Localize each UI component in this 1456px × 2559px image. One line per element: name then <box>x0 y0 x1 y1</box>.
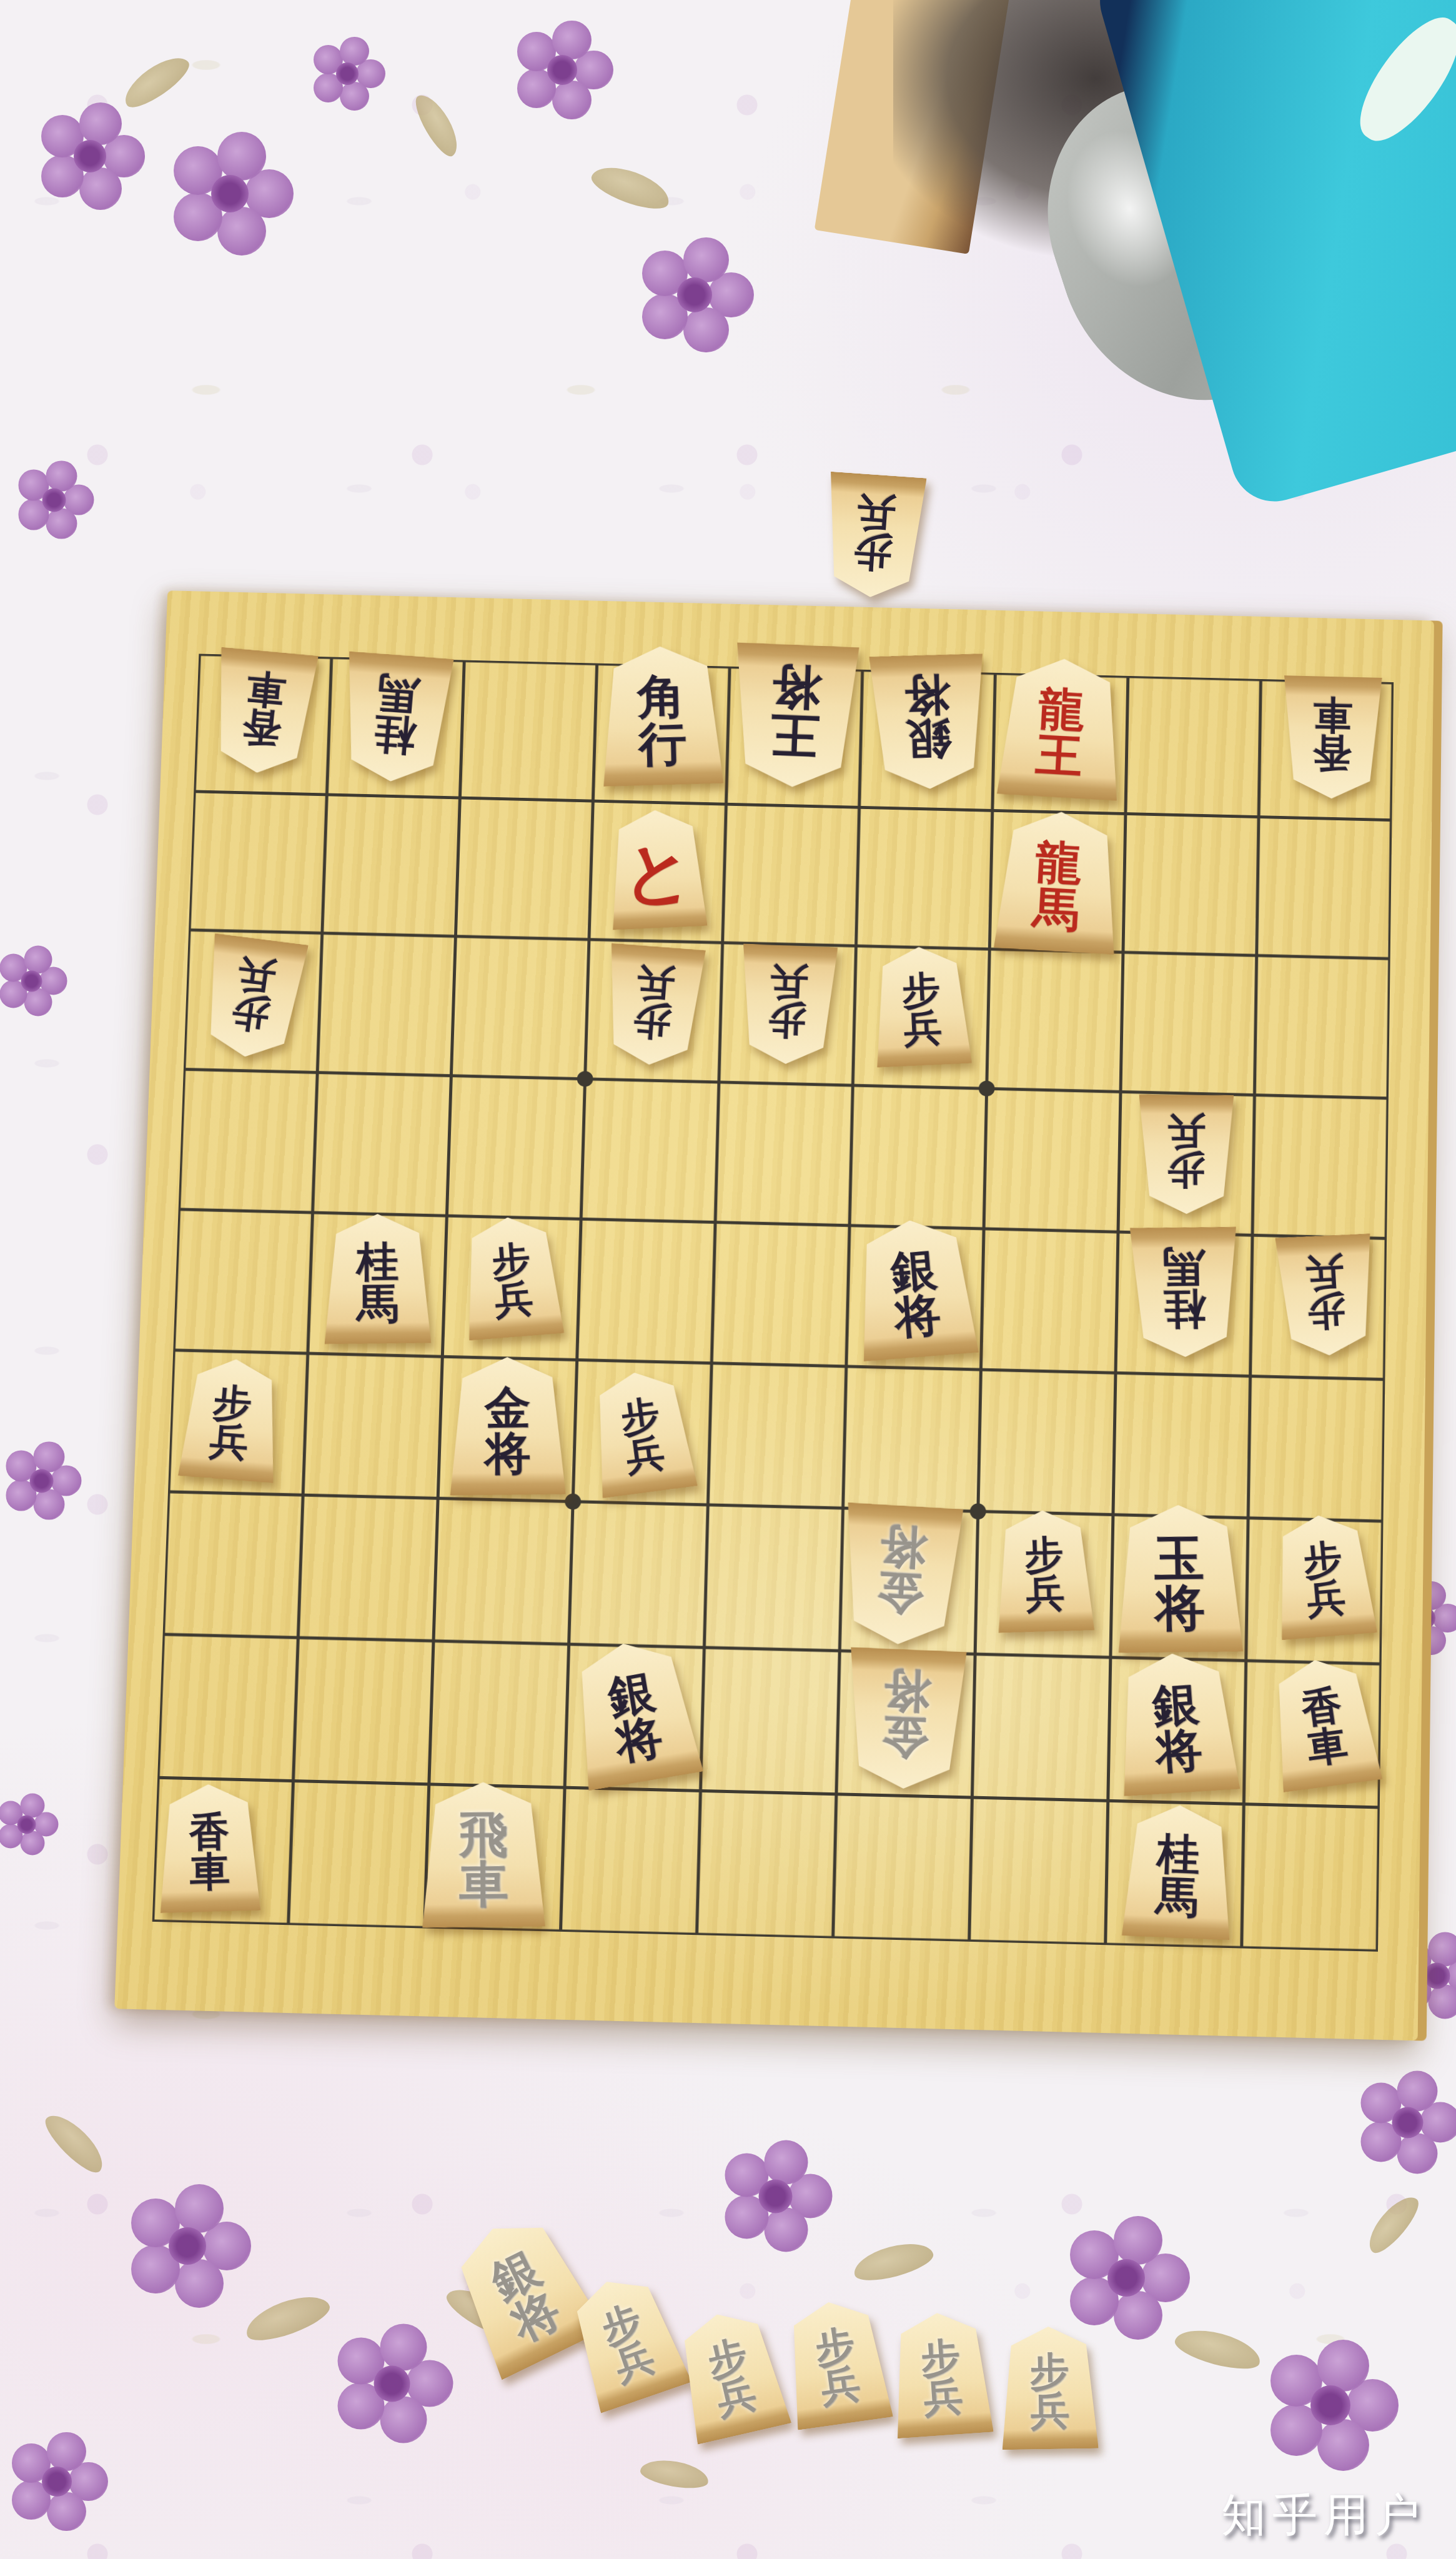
flower-petal <box>20 1831 44 1855</box>
piece-kanji: 王 <box>1034 732 1083 779</box>
piece-sente-king_g[interactable]: 玉将 <box>1116 1503 1243 1653</box>
piece-sente-dragon[interactable]: 龍王 <box>999 658 1122 799</box>
piece-kanji: 步 <box>1029 2353 1069 2392</box>
piece-kanji: 兵 <box>624 1434 667 1476</box>
piece-kanji: 銀 <box>889 1246 938 1294</box>
piece-kanji: 将 <box>879 1523 928 1571</box>
piece-sente-silver[interactable]: 銀将 <box>575 1641 695 1783</box>
star-point <box>565 1493 582 1509</box>
piece-kanji: 銀 <box>905 718 952 762</box>
flower-petal <box>1114 2291 1162 2340</box>
piece-gote-lance[interactable]: 香車 <box>212 650 314 775</box>
flower-petal <box>340 37 369 66</box>
flower-center <box>1424 1962 1450 1989</box>
piece-kanji: 兵 <box>856 492 897 533</box>
piece-kanji: 香 <box>240 707 283 748</box>
piece-kanji: 兵 <box>610 2338 658 2387</box>
piece-kanji: 兵 <box>713 2374 759 2420</box>
flower-decor <box>525 32 600 107</box>
piece-kanji: 車 <box>1313 695 1353 733</box>
flower-petal <box>79 167 122 210</box>
piece-kanji: 馬 <box>375 672 420 715</box>
piece-sente-knight[interactable]: 桂馬 <box>322 1213 433 1344</box>
flower-petal <box>764 2140 808 2184</box>
piece-kanji: 将 <box>1155 1584 1206 1633</box>
flower-petal <box>683 237 729 283</box>
piece-kanji: 兵 <box>1305 1579 1347 1619</box>
piece-kanji: 兵 <box>635 963 676 1003</box>
piece-kanji: 步 <box>1024 1536 1064 1574</box>
piece-kanji: 香 <box>1312 734 1352 773</box>
piece-kanji: と <box>622 838 695 907</box>
piece-kanji: 步 <box>1167 1151 1206 1188</box>
flower-decor <box>347 2338 437 2429</box>
piece-kanji: 馬 <box>357 1283 399 1324</box>
flower-decor <box>5 955 58 1008</box>
flower-petal <box>217 132 266 181</box>
sente-hand-piece-pawn[interactable]: 步兵 <box>578 2278 675 2401</box>
flower-center <box>21 970 42 991</box>
piece-kanji: 兵 <box>1030 2392 1069 2431</box>
sente-hand-piece-pawn[interactable]: 步兵 <box>789 2302 885 2424</box>
piece-sente-silver[interactable]: 銀将 <box>856 1218 974 1358</box>
flower-petal <box>175 2259 224 2308</box>
photo-canvas: 香車桂馬角行王将銀将龍王香車と龍馬步兵步兵步兵步兵步兵桂馬步兵銀将桂馬步兵步兵金… <box>0 0 1456 2559</box>
flower-center <box>1392 2107 1423 2138</box>
piece-kanji: 步 <box>901 972 941 1010</box>
flower-decor <box>141 2199 234 2293</box>
sente-hand-piece-pawn[interactable]: 步兵 <box>683 2313 779 2435</box>
flower-petal <box>1397 2133 1438 2174</box>
piece-kanji: 将 <box>771 663 821 712</box>
piece-kanji: 将 <box>485 1431 531 1476</box>
flower-decor <box>3 1801 50 1848</box>
piece-kanji: 龍 <box>1034 840 1083 887</box>
flower-petal <box>380 2396 427 2443</box>
piece-gote-lance[interactable]: 香車 <box>1283 675 1382 800</box>
flower-petal <box>683 307 729 353</box>
piece-kanji: 兵 <box>769 963 809 1001</box>
piece-kanji: 兵 <box>1167 1113 1206 1150</box>
piece-kanji: 車 <box>459 1860 508 1908</box>
piece-kanji: 兵 <box>493 1279 535 1319</box>
piece-kanji: 将 <box>893 1291 943 1339</box>
flower-decor <box>183 147 277 241</box>
piece-kanji: 金 <box>485 1385 531 1430</box>
piece-kanji: 飛 <box>459 1811 508 1859</box>
star-point <box>577 1071 593 1087</box>
flower-petal <box>340 82 369 111</box>
flower-petal <box>1428 1932 1456 1967</box>
piece-sente-rook[interactable]: 飛車 <box>420 1781 547 1929</box>
piece-gote-gold[interactable]: 金将 <box>846 1648 966 1790</box>
piece-kanji: 步 <box>490 1241 532 1281</box>
flower-decor <box>1079 2231 1173 2325</box>
flower-center <box>169 2227 206 2265</box>
piece-kanji: 金 <box>876 1569 925 1617</box>
flower-center <box>677 277 712 312</box>
piece-sente-tokin[interactable]: と <box>609 809 706 929</box>
piece-kanji: 馬 <box>1155 1876 1199 1919</box>
piece-kanji: 龍 <box>1037 687 1086 733</box>
piece-gote-pawn[interactable]: 步兵 <box>739 945 836 1065</box>
piece-sente-silver[interactable]: 銀将 <box>1118 1652 1237 1794</box>
flower-decor <box>1369 2084 1447 2162</box>
piece-sente-pawn[interactable]: 步兵 <box>995 1509 1093 1632</box>
piece-kanji: 馬 <box>1162 1246 1206 1287</box>
piece-sente-lance[interactable]: 香車 <box>1273 1658 1375 1787</box>
piece-sente-lance[interactable]: 香車 <box>157 1783 262 1913</box>
flower-center <box>1310 2385 1350 2425</box>
flower-petal <box>20 1794 44 1818</box>
piece-kanji: 桂 <box>1163 1288 1206 1329</box>
flower-petal <box>1317 2340 1369 2392</box>
flower-petal <box>380 2323 427 2370</box>
flower-center <box>758 2179 792 2213</box>
flower-decor <box>733 2154 818 2239</box>
piece-sente-pawn[interactable]: 步兵 <box>181 1358 280 1481</box>
piece-kanji: 車 <box>244 668 287 709</box>
flower-petal <box>764 2208 808 2252</box>
flower-petal <box>34 1441 64 1472</box>
piece-kanji: 兵 <box>903 1010 943 1048</box>
piece-kanji: 金 <box>881 1714 929 1761</box>
flower-decor <box>24 470 84 530</box>
piece-kanji: 兵 <box>818 2365 862 2408</box>
star-point <box>979 1080 995 1096</box>
flower-petal <box>46 460 77 491</box>
flower-center <box>211 175 249 212</box>
piece-kanji: 步 <box>632 1001 673 1041</box>
piece-kanji: 将 <box>1154 1727 1204 1775</box>
piece-gote-silver[interactable]: 銀将 <box>869 654 986 790</box>
piece-kanji: 步 <box>1307 1291 1347 1330</box>
piece-kanji: 兵 <box>923 2377 964 2418</box>
flower-petal <box>175 2184 224 2233</box>
flower-petal <box>552 81 591 119</box>
flower-petal <box>24 988 52 1016</box>
sente-hand-piece-pawn[interactable]: 步兵 <box>1001 2327 1097 2449</box>
piece-kanji: 香 <box>189 1811 229 1851</box>
piece-kanji: 兵 <box>208 1422 250 1462</box>
piece-sente-bishop[interactable]: 角行 <box>600 645 724 787</box>
flower-petal <box>46 508 77 539</box>
piece-sente-gold[interactable]: 金将 <box>448 1356 567 1496</box>
piece-gote-knight[interactable]: 桂馬 <box>341 654 450 783</box>
flower-decor <box>49 116 131 197</box>
flower-petal <box>24 946 52 973</box>
piece-kanji: 兵 <box>1305 1253 1345 1291</box>
star-point <box>970 1503 986 1519</box>
shogi-board: 香車桂馬角行王将銀将龍王香車と龍馬步兵步兵步兵步兵步兵桂馬步兵銀将桂馬步兵步兵金… <box>114 590 1434 2040</box>
flower-decor <box>1280 2355 1380 2455</box>
piece-gote-gold[interactable]: 金将 <box>842 1504 961 1645</box>
piece-kanji: 角 <box>637 673 686 720</box>
watermark-text: 知乎用户 <box>1221 2485 1426 2545</box>
flower-petal <box>34 1489 64 1519</box>
piece-gote-pawn[interactable]: 步兵 <box>1138 1093 1235 1215</box>
piece-kanji: 桂 <box>357 1241 399 1282</box>
piece-gote-king_o[interactable]: 王将 <box>732 643 858 788</box>
flower-decor <box>319 46 375 102</box>
sente-hand-piece-silver[interactable]: 銀将 <box>465 2222 582 2362</box>
piece-kanji: 車 <box>1305 1725 1350 1769</box>
flower-decor <box>12 1451 71 1511</box>
flower-center <box>17 1815 36 1834</box>
flower-petal <box>1397 2071 1438 2112</box>
piece-kanji: 車 <box>189 1852 230 1892</box>
flower-center <box>42 488 66 512</box>
piece-kanji: 兵 <box>235 955 278 996</box>
piece-kanji: 馬 <box>1031 885 1081 933</box>
flower-petal <box>217 207 266 256</box>
flower-center <box>1107 2259 1145 2297</box>
flower-petal <box>552 21 591 59</box>
piece-sente-knight[interactable]: 桂馬 <box>1123 1804 1233 1939</box>
flower-center <box>42 2467 72 2497</box>
piece-kanji: 兵 <box>1025 1574 1065 1613</box>
flower-petal <box>47 2492 86 2531</box>
piece-kanji: 玉 <box>1154 1534 1204 1583</box>
piece-kanji: 桂 <box>372 713 417 757</box>
piece-kanji: 步 <box>767 1001 807 1039</box>
piece-gote-pawn[interactable]: 步兵 <box>1277 1234 1374 1356</box>
sente-hand-piece-pawn[interactable]: 步兵 <box>893 2313 989 2435</box>
piece-kanji: 步 <box>853 532 894 572</box>
piece-kanji: 将 <box>883 1667 931 1714</box>
flower-petal <box>1428 1985 1456 2019</box>
piece-sente-pawn[interactable]: 步兵 <box>873 946 970 1066</box>
flower-center <box>29 1469 53 1493</box>
flower-center <box>547 55 577 85</box>
flower-petal <box>1114 2216 1162 2265</box>
piece-sente-pawn[interactable]: 步兵 <box>1275 1514 1373 1637</box>
piece-gote-pawn[interactable]: 步兵 <box>605 946 703 1066</box>
piece-kanji: 将 <box>613 1714 666 1766</box>
blanket-leaf-shape <box>1344 4 1456 155</box>
flower-decor <box>651 251 738 339</box>
flower-petal <box>47 2432 86 2471</box>
piece-kanji: 桂 <box>1156 1832 1200 1876</box>
piece-sente-pawn[interactable]: 步兵 <box>593 1371 691 1494</box>
piece-kanji: 王 <box>769 711 820 760</box>
flower-center <box>74 140 106 172</box>
flower-center <box>336 62 359 85</box>
piece-kanji: 将 <box>904 673 951 717</box>
piece-gote-pawn[interactable]: 步兵 <box>204 938 302 1058</box>
piece-gote-knight[interactable]: 桂馬 <box>1130 1226 1239 1358</box>
piece-sente-pawn[interactable]: 步兵 <box>463 1216 562 1338</box>
gote-hand-piece-pawn[interactable]: 步兵 <box>826 475 923 597</box>
piece-kanji: 行 <box>638 720 687 767</box>
flower-center <box>374 2365 410 2402</box>
flower-petal <box>79 102 122 145</box>
piece-sente-horse[interactable]: 龍馬 <box>996 810 1119 953</box>
flower-decor <box>19 2444 94 2519</box>
piece-kanji: 銀 <box>1151 1681 1201 1729</box>
